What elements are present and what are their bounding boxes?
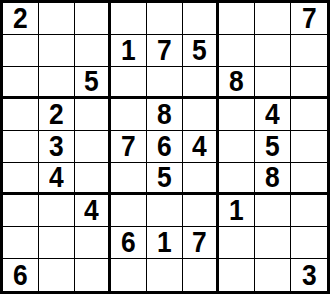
cell-r3c5[interactable]: [147, 67, 183, 99]
cell-r9c1[interactable]: 6: [3, 259, 39, 291]
given-digit: 7: [192, 227, 207, 258]
cell-r9c9[interactable]: 3: [291, 259, 327, 291]
cell-r5c6[interactable]: 4: [183, 131, 219, 163]
cell-r2c8[interactable]: [255, 35, 291, 67]
cell-r3c2[interactable]: [39, 67, 75, 99]
given-digit: 8: [157, 99, 172, 130]
cell-r4c7[interactable]: [219, 99, 255, 131]
given-digit: 7: [157, 35, 172, 66]
cell-r2c6[interactable]: 5: [183, 35, 219, 67]
cell-r1c3[interactable]: [75, 3, 111, 35]
given-digit: 5: [84, 67, 99, 97]
cell-r9c2[interactable]: [39, 259, 75, 291]
cell-r7c3[interactable]: 4: [75, 195, 111, 227]
given-digit: 8: [265, 163, 280, 193]
given-digit: 4: [265, 99, 280, 130]
cell-r1c6[interactable]: [183, 3, 219, 35]
given-digit: 5: [157, 163, 172, 193]
cell-r3c8[interactable]: [255, 67, 291, 99]
cell-r7c7[interactable]: 1: [219, 195, 255, 227]
cell-r8c8[interactable]: [255, 227, 291, 259]
given-digit: 3: [49, 131, 64, 162]
cell-r5c8[interactable]: 5: [255, 131, 291, 163]
cell-r2c2[interactable]: [39, 35, 75, 67]
given-digit: 5: [265, 131, 280, 162]
cell-r5c7[interactable]: [219, 131, 255, 163]
cell-r9c3[interactable]: [75, 259, 111, 291]
cell-r7c6[interactable]: [183, 195, 219, 227]
cell-r4c6[interactable]: [183, 99, 219, 131]
given-digit: 4: [49, 163, 64, 193]
cell-r4c2[interactable]: 2: [39, 99, 75, 131]
cell-r8c5[interactable]: 1: [147, 227, 183, 259]
cell-r4c5[interactable]: 8: [147, 99, 183, 131]
cell-r7c8[interactable]: [255, 195, 291, 227]
cell-r5c5[interactable]: 6: [147, 131, 183, 163]
cell-r3c6[interactable]: [183, 67, 219, 99]
cell-r8c1[interactable]: [3, 227, 39, 259]
given-digit: 2: [49, 99, 64, 130]
given-digit: 6: [121, 227, 136, 258]
cell-r7c5[interactable]: [147, 195, 183, 227]
cell-r8c7[interactable]: [219, 227, 255, 259]
given-digit: 8: [229, 67, 244, 97]
cell-r8c4[interactable]: 6: [111, 227, 147, 259]
cell-r1c2[interactable]: [39, 3, 75, 35]
cell-r6c5[interactable]: 5: [147, 163, 183, 195]
cell-r5c4[interactable]: 7: [111, 131, 147, 163]
cell-r7c9[interactable]: [291, 195, 327, 227]
given-digit: 4: [192, 131, 207, 162]
cell-r8c3[interactable]: [75, 227, 111, 259]
cell-r8c2[interactable]: [39, 227, 75, 259]
given-digit: 1: [157, 227, 172, 258]
cell-r6c8[interactable]: 8: [255, 163, 291, 195]
cell-r6c1[interactable]: [3, 163, 39, 195]
given-digit: 3: [302, 260, 317, 291]
cell-r2c3[interactable]: [75, 35, 111, 67]
cell-r9c6[interactable]: [183, 259, 219, 291]
cell-r7c4[interactable]: [111, 195, 147, 227]
cell-r3c3[interactable]: 5: [75, 67, 111, 99]
cell-r3c7[interactable]: 8: [219, 67, 255, 99]
cell-r4c4[interactable]: [111, 99, 147, 131]
cell-r5c1[interactable]: [3, 131, 39, 163]
given-digit: 1: [229, 195, 244, 226]
cell-r2c7[interactable]: [219, 35, 255, 67]
given-digit: 5: [192, 35, 207, 66]
cell-r4c8[interactable]: 4: [255, 99, 291, 131]
cell-r6c7[interactable]: [219, 163, 255, 195]
cell-r1c1[interactable]: 2: [3, 3, 39, 35]
cell-r4c1[interactable]: [3, 99, 39, 131]
cell-r2c9[interactable]: [291, 35, 327, 67]
cell-r9c7[interactable]: [219, 259, 255, 291]
cell-r5c3[interactable]: [75, 131, 111, 163]
cell-r6c6[interactable]: [183, 163, 219, 195]
given-digit: 6: [157, 131, 172, 162]
cell-r4c9[interactable]: [291, 99, 327, 131]
cell-r9c8[interactable]: [255, 259, 291, 291]
cell-r5c2[interactable]: 3: [39, 131, 75, 163]
cell-r9c5[interactable]: [147, 259, 183, 291]
cell-r6c3[interactable]: [75, 163, 111, 195]
cell-r6c2[interactable]: 4: [39, 163, 75, 195]
cell-r4c3[interactable]: [75, 99, 111, 131]
given-digit: 7: [121, 131, 136, 162]
cell-r6c4[interactable]: [111, 163, 147, 195]
cell-r5c9[interactable]: [291, 131, 327, 163]
cell-r8c6[interactable]: 7: [183, 227, 219, 259]
sudoku-board: 2717558284376454584161763: [0, 0, 330, 294]
given-digit: 4: [84, 195, 99, 226]
cell-r6c9[interactable]: [291, 163, 327, 195]
cell-r1c7[interactable]: [219, 3, 255, 35]
cell-r1c5[interactable]: [147, 3, 183, 35]
cell-r2c1[interactable]: [3, 35, 39, 67]
cell-r1c8[interactable]: [255, 3, 291, 35]
cell-r2c5[interactable]: 7: [147, 35, 183, 67]
cell-r7c1[interactable]: [3, 195, 39, 227]
cell-r3c1[interactable]: [3, 67, 39, 99]
cell-r8c9[interactable]: [291, 227, 327, 259]
cell-r1c9[interactable]: 7: [291, 3, 327, 35]
cell-r3c9[interactable]: [291, 67, 327, 99]
cell-r2c4[interactable]: 1: [111, 35, 147, 67]
given-digit: 2: [13, 3, 28, 34]
given-digit: 1: [121, 35, 136, 66]
given-digit: 7: [302, 3, 317, 34]
given-digit: 6: [13, 260, 28, 291]
cell-r1c4[interactable]: [111, 3, 147, 35]
cell-r7c2[interactable]: [39, 195, 75, 227]
cell-r9c4[interactable]: [111, 259, 147, 291]
cell-r3c4[interactable]: [111, 67, 147, 99]
